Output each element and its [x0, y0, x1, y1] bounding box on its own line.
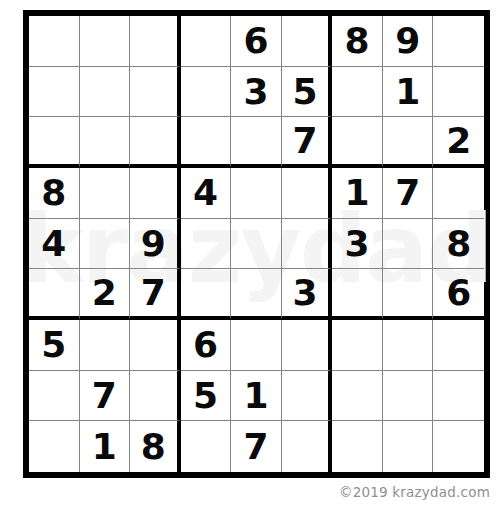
- cell-r6c4[interactable]: [181, 269, 232, 320]
- cell-r5c4[interactable]: [181, 219, 232, 270]
- cell-r6c8[interactable]: [383, 269, 434, 320]
- cell-r3c2[interactable]: [80, 117, 131, 168]
- cell-r3c4[interactable]: [181, 117, 232, 168]
- cell-r4c3[interactable]: [130, 168, 181, 219]
- cell-r5c6[interactable]: [282, 219, 333, 270]
- cell-r3c7[interactable]: [332, 117, 383, 168]
- copyright-text: ©2019 krazydad.com: [339, 484, 490, 500]
- cell-r6c2: 2: [80, 269, 131, 320]
- cell-r5c1: 4: [29, 219, 80, 270]
- cell-r8c4: 5: [181, 371, 232, 422]
- cell-r2c1[interactable]: [29, 67, 80, 118]
- cell-r6c7[interactable]: [332, 269, 383, 320]
- cell-r1c4[interactable]: [181, 16, 232, 67]
- cell-r4c5[interactable]: [231, 168, 282, 219]
- cell-r2c3[interactable]: [130, 67, 181, 118]
- cell-r7c8[interactable]: [383, 320, 434, 371]
- cell-r2c7[interactable]: [332, 67, 383, 118]
- page: { "game": "sudoku", "position": "....6.8…: [0, 0, 500, 510]
- cell-r5c7: 3: [332, 219, 383, 270]
- cell-r9c1[interactable]: [29, 421, 80, 472]
- cell-r6c9: 6: [433, 269, 484, 320]
- cell-r9c3: 8: [130, 421, 181, 472]
- cell-r2c8: 1: [383, 67, 434, 118]
- cell-r3c6: 7: [282, 117, 333, 168]
- cell-r8c3[interactable]: [130, 371, 181, 422]
- cell-r6c3: 7: [130, 269, 181, 320]
- cell-r2c4[interactable]: [181, 67, 232, 118]
- cell-r9c7[interactable]: [332, 421, 383, 472]
- cell-r6c5[interactable]: [231, 269, 282, 320]
- cell-r9c2: 1: [80, 421, 131, 472]
- cell-r1c6[interactable]: [282, 16, 333, 67]
- cell-r8c8[interactable]: [383, 371, 434, 422]
- cell-r9c8[interactable]: [383, 421, 434, 472]
- cell-r2c5: 3: [231, 67, 282, 118]
- cell-r5c8[interactable]: [383, 219, 434, 270]
- cell-r7c2[interactable]: [80, 320, 131, 371]
- cell-r7c3[interactable]: [130, 320, 181, 371]
- cell-r1c2[interactable]: [80, 16, 131, 67]
- cell-r3c9: 2: [433, 117, 484, 168]
- cell-r9c9[interactable]: [433, 421, 484, 472]
- cell-r4c7: 1: [332, 168, 383, 219]
- cell-r7c7[interactable]: [332, 320, 383, 371]
- cell-r5c2[interactable]: [80, 219, 131, 270]
- cell-r1c5: 6: [231, 16, 282, 67]
- cell-r7c6[interactable]: [282, 320, 333, 371]
- cell-r3c5[interactable]: [231, 117, 282, 168]
- cell-r1c9[interactable]: [433, 16, 484, 67]
- cell-r1c8: 9: [383, 16, 434, 67]
- cell-r8c9[interactable]: [433, 371, 484, 422]
- cell-r7c5[interactable]: [231, 320, 282, 371]
- cell-r8c6[interactable]: [282, 371, 333, 422]
- cell-r4c2[interactable]: [80, 168, 131, 219]
- cell-r8c1[interactable]: [29, 371, 80, 422]
- cell-r8c5: 1: [231, 371, 282, 422]
- cell-r7c1: 5: [29, 320, 80, 371]
- cell-r5c3: 9: [130, 219, 181, 270]
- cell-r9c5: 7: [231, 421, 282, 472]
- cell-r4c8: 7: [383, 168, 434, 219]
- cell-r7c4: 6: [181, 320, 232, 371]
- cell-r1c7: 8: [332, 16, 383, 67]
- cell-r5c9: 8: [433, 219, 484, 270]
- cell-r2c9[interactable]: [433, 67, 484, 118]
- cell-r8c7[interactable]: [332, 371, 383, 422]
- cell-r2c6: 5: [282, 67, 333, 118]
- cell-r4c4: 4: [181, 168, 232, 219]
- cell-r6c1[interactable]: [29, 269, 80, 320]
- sudoku-board: krazydad 6893517284174938273656751187: [23, 10, 490, 478]
- cell-r7c9[interactable]: [433, 320, 484, 371]
- cell-r9c4[interactable]: [181, 421, 232, 472]
- cell-r1c3[interactable]: [130, 16, 181, 67]
- cell-r4c6[interactable]: [282, 168, 333, 219]
- cell-r9c6[interactable]: [282, 421, 333, 472]
- cell-r2c2[interactable]: [80, 67, 131, 118]
- cell-r1c1[interactable]: [29, 16, 80, 67]
- cell-r3c8[interactable]: [383, 117, 434, 168]
- cell-r3c1[interactable]: [29, 117, 80, 168]
- cell-r4c1: 8: [29, 168, 80, 219]
- cell-r3c3[interactable]: [130, 117, 181, 168]
- cell-r8c2: 7: [80, 371, 131, 422]
- cell-r5c5[interactable]: [231, 219, 282, 270]
- cell-r4c9[interactable]: [433, 168, 484, 219]
- cell-r6c6: 3: [282, 269, 333, 320]
